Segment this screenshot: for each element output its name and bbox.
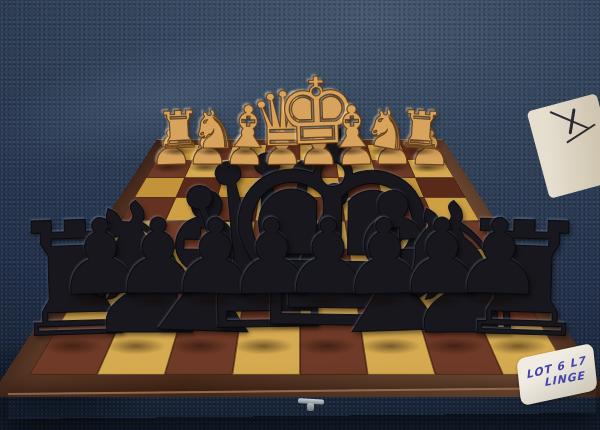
square-d1 bbox=[232, 323, 300, 374]
square-c4 bbox=[202, 221, 255, 249]
board-tilt-plane bbox=[0, 139, 600, 397]
square-d8 bbox=[264, 145, 300, 160]
square-d3 bbox=[246, 249, 300, 282]
square-b8 bbox=[193, 145, 233, 160]
square-b7 bbox=[185, 160, 229, 177]
square-e2 bbox=[300, 282, 360, 323]
square-e3 bbox=[300, 249, 354, 282]
square-d4 bbox=[251, 221, 300, 249]
square-b6 bbox=[176, 177, 223, 197]
board-fold-seam bbox=[105, 220, 496, 222]
square-e6 bbox=[300, 177, 341, 197]
photo-frame: ♜♞♝♛♚♝♞♜♟♟♟♟♟♟♟♟♟♟♟♟♟♟♟♟♜♞♝♛♚♝♞♜ LOT 6 L… bbox=[0, 0, 600, 430]
square-h7 bbox=[407, 160, 453, 177]
square-f5 bbox=[341, 198, 389, 221]
chess-board-scene bbox=[0, 0, 600, 430]
square-c6 bbox=[217, 177, 261, 197]
square-e4 bbox=[300, 221, 349, 249]
square-c2 bbox=[180, 282, 246, 323]
board-grid bbox=[29, 145, 570, 375]
square-f7 bbox=[336, 160, 377, 177]
square-h5 bbox=[424, 198, 479, 221]
square-h6 bbox=[415, 177, 465, 197]
square-f6 bbox=[338, 177, 382, 197]
latch-hook-icon bbox=[307, 403, 314, 411]
square-c3 bbox=[192, 249, 251, 282]
square-e5 bbox=[300, 198, 345, 221]
square-f8 bbox=[334, 145, 372, 160]
square-h8 bbox=[401, 145, 444, 160]
square-d7 bbox=[262, 160, 300, 177]
square-d5 bbox=[255, 198, 300, 221]
chess-board bbox=[0, 139, 600, 397]
square-d2 bbox=[240, 282, 300, 323]
square-c5 bbox=[210, 198, 258, 221]
square-b5 bbox=[165, 198, 217, 221]
square-e7 bbox=[300, 160, 338, 177]
square-e8 bbox=[300, 145, 336, 160]
clasp-latch bbox=[296, 396, 326, 408]
square-c8 bbox=[228, 145, 266, 160]
square-d6 bbox=[259, 177, 300, 197]
square-c7 bbox=[223, 160, 264, 177]
square-e1 bbox=[300, 323, 368, 374]
